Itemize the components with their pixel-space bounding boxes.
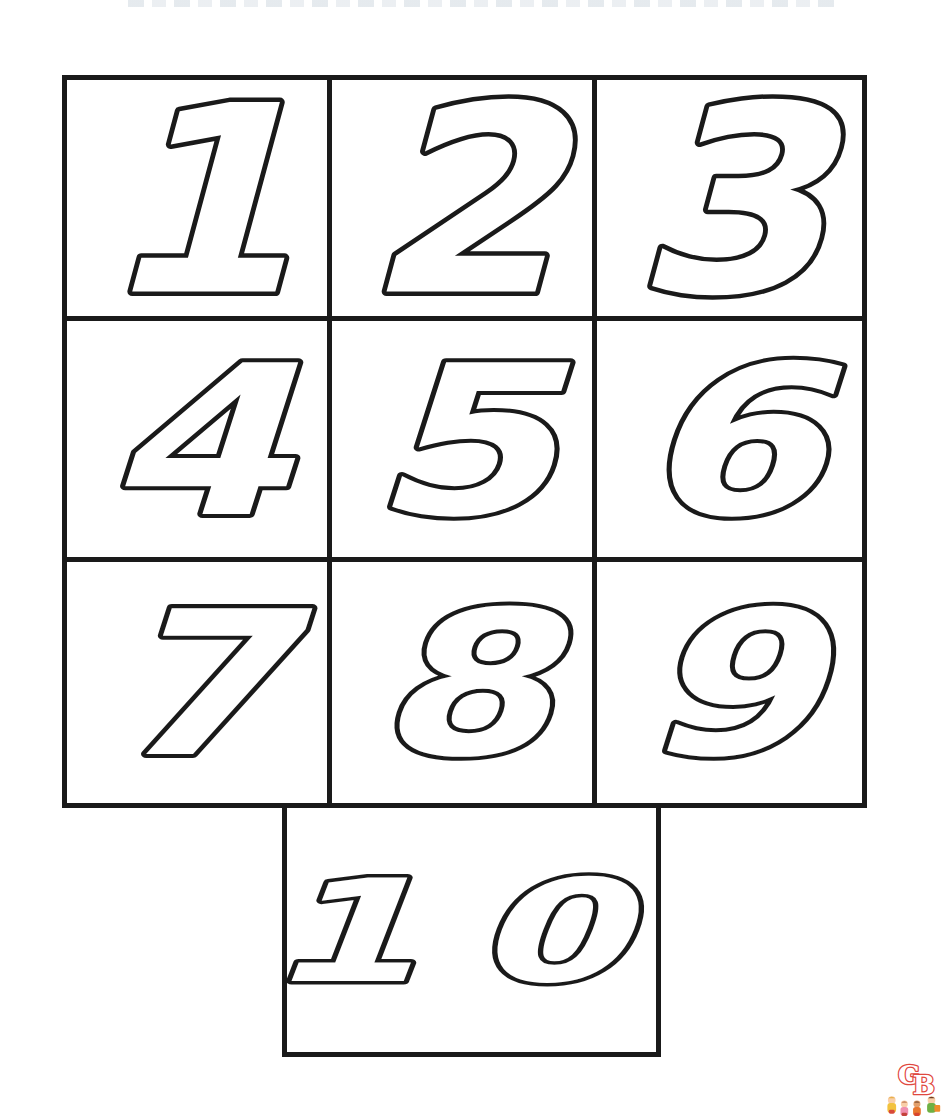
svg-text:3: 3 [632, 50, 847, 353]
gb-logo-letter-b: B [913, 1069, 935, 1100]
outline-digit-6-icon: 6 [560, 321, 899, 557]
svg-text:8: 8 [373, 569, 574, 801]
number-cell-9: 9 [597, 562, 862, 803]
outline-number-10-icon: 10 [186, 808, 758, 1052]
number-cell-8: 8 [332, 562, 597, 803]
svg-text:4: 4 [104, 321, 298, 563]
number-cell-1: 1 [67, 80, 332, 321]
number-cell-5: 5 [332, 321, 597, 562]
gbcoloring-logo: G B [884, 1058, 946, 1117]
outline-digit-9-icon: 9 [560, 562, 899, 803]
svg-text:1: 1 [99, 50, 294, 353]
coloring-page: 1 2 3 4 5 6 7 8 9 10 G B [0, 0, 948, 1119]
svg-text:7: 7 [108, 569, 313, 801]
number-cell-6: 6 [597, 321, 862, 562]
cropped-title-remnant [128, 0, 834, 7]
number-cell-3: 3 [597, 80, 862, 321]
gbcoloring-logo-icon: G B [884, 1058, 946, 1117]
svg-text:2: 2 [364, 50, 579, 353]
svg-text:6: 6 [637, 321, 843, 563]
outline-digit-2-icon: 2 [322, 80, 603, 316]
svg-text:10: 10 [266, 849, 678, 1015]
svg-text:5: 5 [369, 321, 571, 563]
numbers-board: 1 2 3 4 5 6 7 8 9 [62, 75, 867, 808]
svg-text:9: 9 [640, 569, 837, 801]
outline-digit-3-icon: 3 [586, 80, 872, 316]
number-cell-7: 7 [67, 562, 332, 803]
number-cell-2: 2 [332, 80, 597, 321]
number-cell-10: 10 [282, 803, 661, 1057]
number-cell-4: 4 [67, 321, 332, 562]
outline-digit-1-icon: 1 [57, 80, 338, 316]
